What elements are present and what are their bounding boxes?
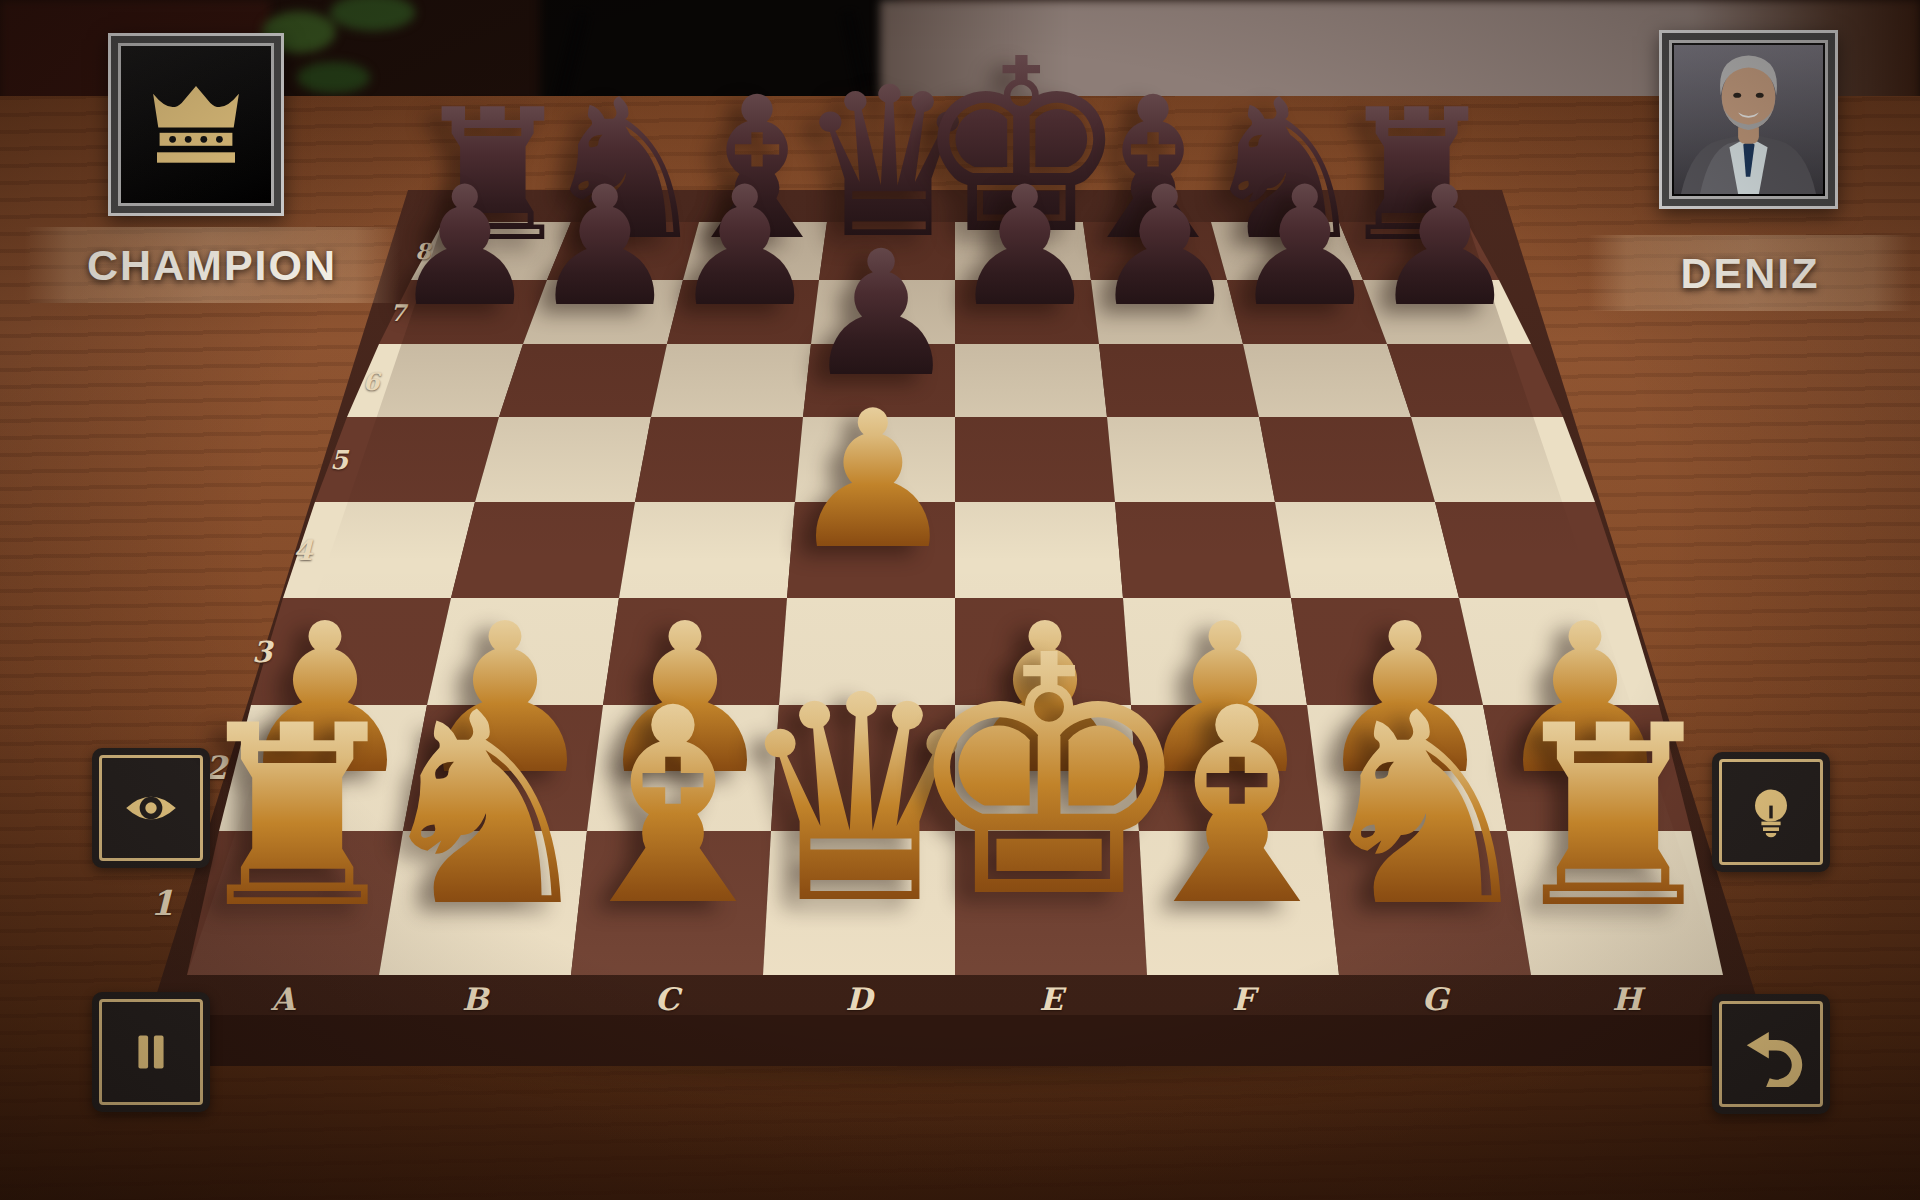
opponent-name-banner: DENIZ: [1588, 235, 1912, 311]
eye-icon: [120, 777, 182, 839]
piece-black-pawn-b7[interactable]: ♟: [531, 165, 679, 330]
pause-button[interactable]: [92, 992, 210, 1112]
champion-name-banner: CHAMPION: [24, 227, 400, 303]
piece-black-pawn-h7[interactable]: ♟: [1371, 165, 1519, 330]
lightbulb-icon: [1739, 780, 1803, 844]
undo-arrow-icon: [1738, 1021, 1804, 1087]
champion-badge-frame: [108, 33, 284, 216]
crown-icon: [150, 86, 242, 164]
opponent-avatar-frame: [1659, 30, 1838, 209]
square-b6[interactable]: [499, 344, 667, 417]
square-g5[interactable]: [1259, 417, 1435, 502]
square-e6[interactable]: [955, 344, 1107, 417]
piece-black-pawn-f7[interactable]: ♟: [1091, 165, 1239, 330]
piece-white-rook-h1[interactable]: ♜: [1501, 693, 1725, 943]
opponent-name: DENIZ: [1681, 249, 1820, 298]
piece-black-pawn-c7[interactable]: ♟: [671, 165, 819, 330]
game-screen: 12345678ABCDEFGH ♜♞♝♛♚♝♞♜♟♟♟♟♟♟♟♟♟♟♟♟♟♟♟…: [0, 0, 1920, 1200]
piece-black-pawn-a7[interactable]: ♟: [391, 165, 539, 330]
square-c5[interactable]: [635, 417, 803, 502]
square-f5[interactable]: [1107, 417, 1275, 502]
board-front-face: [140, 1015, 1772, 1066]
square-g6[interactable]: [1243, 344, 1411, 417]
square-f6[interactable]: [1099, 344, 1259, 417]
undo-button[interactable]: [1712, 994, 1830, 1114]
opponent-portrait: [1674, 45, 1823, 194]
piece-black-pawn-g7[interactable]: ♟: [1231, 165, 1379, 330]
square-e5[interactable]: [955, 417, 1115, 502]
square-h5[interactable]: [1411, 417, 1595, 502]
hint-button[interactable]: [1712, 752, 1830, 872]
square-b5[interactable]: [475, 417, 651, 502]
pause-icon: [122, 1023, 180, 1081]
champion-name: CHAMPION: [87, 241, 337, 290]
piece-white-pawn-d4[interactable]: ♟: [788, 386, 958, 576]
square-a5[interactable]: [315, 417, 499, 502]
piece-black-pawn-e7[interactable]: ♟: [951, 165, 1099, 330]
